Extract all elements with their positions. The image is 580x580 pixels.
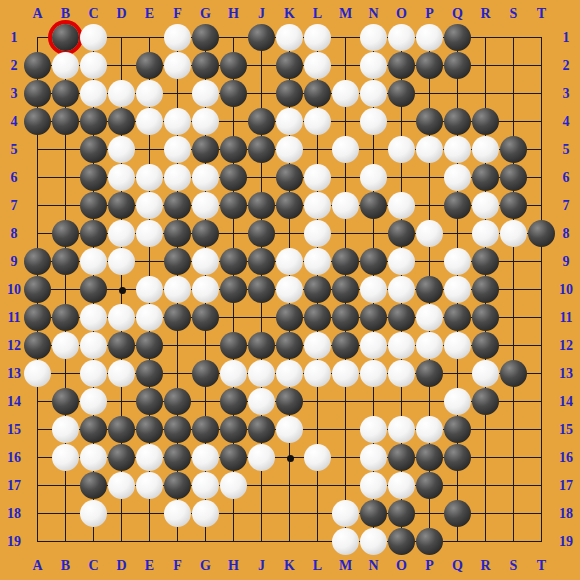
stone-black-J12[interactable] [248,332,275,359]
stone-black-M12[interactable] [332,332,359,359]
row-label-left-3: 3 [2,86,26,102]
stone-white-G3[interactable] [192,80,219,107]
stone-black-K6[interactable] [276,164,303,191]
row-label-right-16: 16 [554,450,578,466]
stone-white-K4[interactable] [276,108,303,135]
stone-white-B15[interactable] [52,416,79,443]
stone-white-G6[interactable] [192,164,219,191]
stone-black-M10[interactable] [332,276,359,303]
stone-black-F7[interactable] [164,192,191,219]
stone-white-G7[interactable] [192,192,219,219]
stone-black-A3[interactable] [24,80,51,107]
stone-white-E3[interactable] [136,80,163,107]
stone-black-C5[interactable] [80,136,107,163]
stone-black-K11[interactable] [276,304,303,331]
stone-white-F1[interactable] [164,24,191,51]
stone-black-D4[interactable] [108,108,135,135]
stone-white-K13[interactable] [276,360,303,387]
stone-black-H3[interactable] [220,80,247,107]
stone-black-E14[interactable] [136,388,163,415]
stone-white-P8[interactable] [416,220,443,247]
stone-black-P10[interactable] [416,276,443,303]
stone-black-D16[interactable] [108,444,135,471]
column-label-top-H: H [222,6,246,22]
stone-black-L10[interactable] [304,276,331,303]
stone-black-P19[interactable] [416,528,443,555]
stone-black-S6[interactable] [500,164,527,191]
stone-black-B4[interactable] [52,108,79,135]
row-label-right-13: 13 [554,366,578,382]
stone-white-G18[interactable] [192,500,219,527]
stone-white-D17[interactable] [108,472,135,499]
stone-white-N2[interactable] [360,52,387,79]
stone-black-S13[interactable] [500,360,527,387]
stone-black-A2[interactable] [24,52,51,79]
column-label-top-D: D [110,6,134,22]
stone-black-O3[interactable] [388,80,415,107]
stone-white-O17[interactable] [388,472,415,499]
stone-white-P5[interactable] [416,136,443,163]
stone-black-C7[interactable] [80,192,107,219]
column-label-bottom-D: D [110,558,134,574]
stone-white-E4[interactable] [136,108,163,135]
stone-black-A9[interactable] [24,248,51,275]
row-label-left-14: 14 [2,394,26,410]
stone-black-A4[interactable] [24,108,51,135]
stone-white-F18[interactable] [164,500,191,527]
stone-black-H14[interactable] [220,388,247,415]
column-label-bottom-M: M [334,558,358,574]
row-label-left-8: 8 [2,226,26,242]
stone-black-G11[interactable] [192,304,219,331]
stone-black-Q11[interactable] [444,304,471,331]
stone-black-C4[interactable] [80,108,107,135]
row-label-left-15: 15 [2,422,26,438]
star-point-K16 [287,455,294,462]
stone-white-L12[interactable] [304,332,331,359]
stone-white-K1[interactable] [276,24,303,51]
row-label-right-18: 18 [554,506,578,522]
column-label-bottom-S: S [502,558,526,574]
stone-white-C14[interactable] [80,388,107,415]
row-label-right-6: 6 [554,170,578,186]
stone-black-D15[interactable] [108,416,135,443]
stone-white-J16[interactable] [248,444,275,471]
stone-black-R14[interactable] [472,388,499,415]
stone-white-L2[interactable] [304,52,331,79]
stone-black-B1-last-move[interactable] [52,24,79,51]
column-label-top-Q: Q [446,6,470,22]
row-label-right-15: 15 [554,422,578,438]
stone-black-P16[interactable] [416,444,443,471]
stone-black-J9[interactable] [248,248,275,275]
stone-black-G8[interactable] [192,220,219,247]
stone-black-P2[interactable] [416,52,443,79]
stone-white-E8[interactable] [136,220,163,247]
stone-black-K12[interactable] [276,332,303,359]
stone-white-M3[interactable] [332,80,359,107]
stone-black-L11[interactable] [304,304,331,331]
stone-black-J5[interactable] [248,136,275,163]
stone-white-K15[interactable] [276,416,303,443]
stone-white-Q6[interactable] [444,164,471,191]
stone-black-K7[interactable] [276,192,303,219]
row-label-left-5: 5 [2,142,26,158]
stone-white-Q14[interactable] [444,388,471,415]
stone-black-O8[interactable] [388,220,415,247]
stone-white-N12[interactable] [360,332,387,359]
column-label-top-E: E [138,6,162,22]
stone-black-H5[interactable] [220,136,247,163]
stone-white-G17[interactable] [192,472,219,499]
row-label-left-12: 12 [2,338,26,354]
row-label-left-6: 6 [2,170,26,186]
stone-white-L8[interactable] [304,220,331,247]
stone-white-F5[interactable] [164,136,191,163]
row-label-right-7: 7 [554,198,578,214]
stone-black-G2[interactable] [192,52,219,79]
stone-black-J1[interactable] [248,24,275,51]
stone-white-D11[interactable] [108,304,135,331]
stone-white-Q10[interactable] [444,276,471,303]
stone-white-C3[interactable] [80,80,107,107]
stone-black-H9[interactable] [220,248,247,275]
stone-black-F9[interactable] [164,248,191,275]
column-label-top-J: J [250,6,274,22]
stone-white-Q5[interactable] [444,136,471,163]
stone-black-J10[interactable] [248,276,275,303]
stone-black-C6[interactable] [80,164,107,191]
row-label-right-10: 10 [554,282,578,298]
column-label-bottom-A: A [26,558,50,574]
row-label-left-2: 2 [2,58,26,74]
row-label-right-3: 3 [554,86,578,102]
stone-black-F16[interactable] [164,444,191,471]
stone-white-C11[interactable] [80,304,107,331]
column-label-bottom-N: N [362,558,386,574]
stone-black-E2[interactable] [136,52,163,79]
stone-white-E7[interactable] [136,192,163,219]
column-label-top-L: L [306,6,330,22]
column-label-bottom-F: F [166,558,190,574]
column-label-top-N: N [362,6,386,22]
column-label-bottom-O: O [390,558,414,574]
stone-white-D13[interactable] [108,360,135,387]
stone-white-Q9[interactable] [444,248,471,275]
column-label-bottom-H: H [222,558,246,574]
stone-black-E12[interactable] [136,332,163,359]
column-label-bottom-B: B [54,558,78,574]
stone-black-N7[interactable] [360,192,387,219]
stone-white-R8[interactable] [472,220,499,247]
row-label-left-4: 4 [2,114,26,130]
stone-black-N9[interactable] [360,248,387,275]
stone-white-D9[interactable] [108,248,135,275]
stone-white-L1[interactable] [304,24,331,51]
stone-white-B12[interactable] [52,332,79,359]
stone-black-Q15[interactable] [444,416,471,443]
stone-black-K2[interactable] [276,52,303,79]
stone-white-F4[interactable] [164,108,191,135]
stone-white-R5[interactable] [472,136,499,163]
stone-white-P12[interactable] [416,332,443,359]
stone-black-C15[interactable] [80,416,107,443]
stone-white-N19[interactable] [360,528,387,555]
stone-black-A11[interactable] [24,304,51,331]
stone-black-R4[interactable] [472,108,499,135]
column-label-top-A: A [26,6,50,22]
stone-black-G15[interactable] [192,416,219,443]
stone-white-L7[interactable] [304,192,331,219]
column-label-top-B: B [54,6,78,22]
column-label-bottom-G: G [194,558,218,574]
stone-white-O13[interactable] [388,360,415,387]
stone-white-O1[interactable] [388,24,415,51]
column-label-top-M: M [334,6,358,22]
stone-white-C13[interactable] [80,360,107,387]
stone-black-B8[interactable] [52,220,79,247]
stone-black-J15[interactable] [248,416,275,443]
stone-black-O2[interactable] [388,52,415,79]
stone-black-M9[interactable] [332,248,359,275]
stone-black-S5[interactable] [500,136,527,163]
column-label-top-P: P [418,6,442,22]
column-label-top-G: G [194,6,218,22]
stone-black-B3[interactable] [52,80,79,107]
stone-black-H12[interactable] [220,332,247,359]
stone-black-H6[interactable] [220,164,247,191]
row-label-right-12: 12 [554,338,578,354]
column-label-bottom-T: T [530,558,554,574]
row-label-right-4: 4 [554,114,578,130]
stone-black-A12[interactable] [24,332,51,359]
stone-black-D7[interactable] [108,192,135,219]
stone-white-Q12[interactable] [444,332,471,359]
stone-white-N17[interactable] [360,472,387,499]
stone-black-E15[interactable] [136,416,163,443]
stone-white-M19[interactable] [332,528,359,555]
stone-black-Q4[interactable] [444,108,471,135]
stone-black-B11[interactable] [52,304,79,331]
stone-white-S8[interactable] [500,220,527,247]
stone-white-O15[interactable] [388,416,415,443]
row-label-left-7: 7 [2,198,26,214]
stone-white-L9[interactable] [304,248,331,275]
stone-white-K9[interactable] [276,248,303,275]
stone-black-R10[interactable] [472,276,499,303]
stone-white-O7[interactable] [388,192,415,219]
column-label-bottom-Q: Q [446,558,470,574]
stone-white-C16[interactable] [80,444,107,471]
row-label-left-18: 18 [2,506,26,522]
stone-black-R11[interactable] [472,304,499,331]
stone-black-H16[interactable] [220,444,247,471]
stone-black-J8[interactable] [248,220,275,247]
row-label-right-2: 2 [554,58,578,74]
stone-white-M18[interactable] [332,500,359,527]
stone-white-N10[interactable] [360,276,387,303]
stone-white-C1[interactable] [80,24,107,51]
stone-black-J7[interactable] [248,192,275,219]
row-label-right-9: 9 [554,254,578,270]
stone-black-C17[interactable] [80,472,107,499]
stone-white-O9[interactable] [388,248,415,275]
column-label-top-C: C [82,6,106,22]
stone-black-N18[interactable] [360,500,387,527]
row-label-left-19: 19 [2,534,26,550]
stone-black-H7[interactable] [220,192,247,219]
stone-black-T8[interactable] [528,220,555,247]
stone-black-P4[interactable] [416,108,443,135]
stone-white-K5[interactable] [276,136,303,163]
star-point-D10 [119,287,126,294]
stone-white-M13[interactable] [332,360,359,387]
stone-black-F8[interactable] [164,220,191,247]
stone-white-J14[interactable] [248,388,275,415]
stone-black-K14[interactable] [276,388,303,415]
stone-white-R7[interactable] [472,192,499,219]
stone-white-N6[interactable] [360,164,387,191]
stone-white-N4[interactable] [360,108,387,135]
stone-white-E10[interactable] [136,276,163,303]
stone-black-Q16[interactable] [444,444,471,471]
stone-white-R13[interactable] [472,360,499,387]
stone-black-H10[interactable] [220,276,247,303]
column-label-top-T: T [530,6,554,22]
row-label-right-8: 8 [554,226,578,242]
stone-white-G4[interactable] [192,108,219,135]
stone-black-C10[interactable] [80,276,107,303]
stone-white-M5[interactable] [332,136,359,163]
stone-white-N13[interactable] [360,360,387,387]
stone-white-E11[interactable] [136,304,163,331]
stone-black-R12[interactable] [472,332,499,359]
stone-black-K3[interactable] [276,80,303,107]
stone-white-D3[interactable] [108,80,135,107]
stone-white-C2[interactable] [80,52,107,79]
stone-white-O10[interactable] [388,276,415,303]
row-label-left-13: 13 [2,366,26,382]
stone-white-O5[interactable] [388,136,415,163]
row-label-left-10: 10 [2,282,26,298]
stone-black-N11[interactable] [360,304,387,331]
stone-white-M7[interactable] [332,192,359,219]
stone-black-Q18[interactable] [444,500,471,527]
stone-white-F6[interactable] [164,164,191,191]
stone-white-O12[interactable] [388,332,415,359]
stone-white-B2[interactable] [52,52,79,79]
stone-white-G16[interactable] [192,444,219,471]
stone-black-C8[interactable] [80,220,107,247]
stone-white-E17[interactable] [136,472,163,499]
stone-white-D8[interactable] [108,220,135,247]
stone-white-C18[interactable] [80,500,107,527]
stone-black-G5[interactable] [192,136,219,163]
stone-black-R9[interactable] [472,248,499,275]
row-label-left-1: 1 [2,30,26,46]
stone-black-S7[interactable] [500,192,527,219]
stone-white-E16[interactable] [136,444,163,471]
stone-black-R6[interactable] [472,164,499,191]
stone-black-O19[interactable] [388,528,415,555]
stone-black-E13[interactable] [136,360,163,387]
stone-white-H13[interactable] [220,360,247,387]
column-label-bottom-J: J [250,558,274,574]
stone-white-N3[interactable] [360,80,387,107]
column-label-bottom-E: E [138,558,162,574]
stone-black-Q2[interactable] [444,52,471,79]
stone-white-H17[interactable] [220,472,247,499]
stone-black-J4[interactable] [248,108,275,135]
stone-black-G1[interactable] [192,24,219,51]
stone-black-O16[interactable] [388,444,415,471]
stone-white-B16[interactable] [52,444,79,471]
column-label-bottom-C: C [82,558,106,574]
stone-white-D6[interactable] [108,164,135,191]
stone-white-F2[interactable] [164,52,191,79]
stone-black-B14[interactable] [52,388,79,415]
stone-black-B9[interactable] [52,248,79,275]
stone-white-L13[interactable] [304,360,331,387]
stone-white-F10[interactable] [164,276,191,303]
column-label-top-S: S [502,6,526,22]
stone-black-G13[interactable] [192,360,219,387]
stone-black-O11[interactable] [388,304,415,331]
stone-black-A10[interactable] [24,276,51,303]
stone-black-H2[interactable] [220,52,247,79]
row-label-right-14: 14 [554,394,578,410]
stone-black-P17[interactable] [416,472,443,499]
stone-white-D5[interactable] [108,136,135,163]
go-board[interactable]: AABBCCDDEEFFGGHHJJKKLLMMNNOOPPQQRRSSTT11… [0,0,580,580]
stone-black-Q1[interactable] [444,24,471,51]
stone-white-L4[interactable] [304,108,331,135]
stone-white-C12[interactable] [80,332,107,359]
stone-black-L3[interactable] [304,80,331,107]
stone-black-F15[interactable] [164,416,191,443]
column-label-bottom-R: R [474,558,498,574]
stone-white-N1[interactable] [360,24,387,51]
stone-black-M11[interactable] [332,304,359,331]
stone-white-P11[interactable] [416,304,443,331]
stone-white-P1[interactable] [416,24,443,51]
stone-white-G10[interactable] [192,276,219,303]
stone-black-F14[interactable] [164,388,191,415]
stone-white-G9[interactable] [192,248,219,275]
stone-black-H15[interactable] [220,416,247,443]
stone-white-L16[interactable] [304,444,331,471]
stone-black-F17[interactable] [164,472,191,499]
column-label-bottom-K: K [278,558,302,574]
row-label-left-9: 9 [2,254,26,270]
row-label-right-11: 11 [554,310,578,326]
stone-white-C9[interactable] [80,248,107,275]
stone-white-N15[interactable] [360,416,387,443]
stone-white-L6[interactable] [304,164,331,191]
stone-white-A13[interactable] [24,360,51,387]
stone-black-Q7[interactable] [444,192,471,219]
stone-white-E6[interactable] [136,164,163,191]
stone-black-P13[interactable] [416,360,443,387]
stone-black-D12[interactable] [108,332,135,359]
stone-white-N16[interactable] [360,444,387,471]
stone-black-F11[interactable] [164,304,191,331]
stone-black-O18[interactable] [388,500,415,527]
stone-white-P15[interactable] [416,416,443,443]
stone-white-J13[interactable] [248,360,275,387]
row-label-right-1: 1 [554,30,578,46]
stone-white-K10[interactable] [276,276,303,303]
